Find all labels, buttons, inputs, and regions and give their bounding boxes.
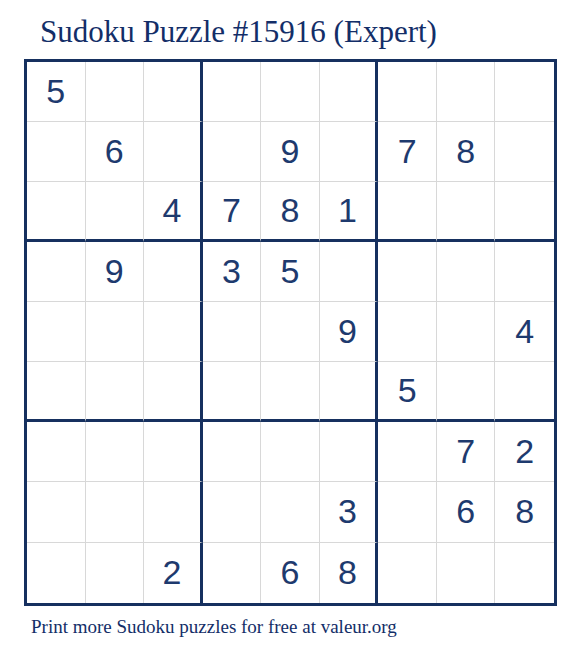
cell-r3c7	[378, 182, 437, 242]
cell-r9c4	[203, 543, 262, 603]
cell-r5c7	[378, 302, 437, 362]
cell-r3c2	[86, 182, 145, 242]
sudoku-board: 56978478193594572368268	[24, 59, 557, 606]
cell-r9c3: 2	[144, 543, 203, 603]
cell-r9c9	[495, 543, 554, 603]
cell-r2c4	[203, 122, 262, 182]
cell-r1c9	[495, 62, 554, 122]
cell-r5c3	[144, 302, 203, 362]
page-title: Sudoku Puzzle #15916 (Expert)	[40, 14, 580, 50]
cell-r3c3: 4	[144, 182, 203, 242]
footer-text: Print more Sudoku puzzles for free at va…	[31, 616, 580, 638]
cell-r5c2	[86, 302, 145, 362]
cell-r3c9	[495, 182, 554, 242]
cell-r7c9: 2	[495, 422, 554, 482]
cell-r1c1: 5	[27, 62, 86, 122]
cell-r7c3	[144, 422, 203, 482]
cell-r5c5	[261, 302, 320, 362]
cell-r8c6: 3	[320, 482, 379, 542]
cell-r8c5	[261, 482, 320, 542]
cell-r5c8	[437, 302, 496, 362]
cell-r2c2: 6	[86, 122, 145, 182]
cell-r3c6: 1	[320, 182, 379, 242]
cell-r9c5: 6	[261, 543, 320, 603]
cell-r9c2	[86, 543, 145, 603]
cell-r4c6	[320, 242, 379, 302]
cell-r7c1	[27, 422, 86, 482]
cell-r1c2	[86, 62, 145, 122]
cell-r1c8	[437, 62, 496, 122]
cell-r6c8	[437, 362, 496, 422]
cell-r9c7	[378, 543, 437, 603]
cell-r1c5	[261, 62, 320, 122]
cell-r8c7	[378, 482, 437, 542]
cell-r7c5	[261, 422, 320, 482]
cell-r5c6: 9	[320, 302, 379, 362]
cell-r6c7: 5	[378, 362, 437, 422]
cell-r4c5: 5	[261, 242, 320, 302]
cell-r3c8	[437, 182, 496, 242]
cell-r8c9: 8	[495, 482, 554, 542]
cell-r3c5: 8	[261, 182, 320, 242]
page: Sudoku Puzzle #15916 (Expert) 5697847819…	[0, 14, 580, 638]
cell-r9c1	[27, 543, 86, 603]
cell-r8c2	[86, 482, 145, 542]
cell-r6c1	[27, 362, 86, 422]
cell-r4c7	[378, 242, 437, 302]
cell-r3c4: 7	[203, 182, 262, 242]
cell-r2c3	[144, 122, 203, 182]
cell-r2c7: 7	[378, 122, 437, 182]
cell-r7c8: 7	[437, 422, 496, 482]
cell-r6c3	[144, 362, 203, 422]
cell-r1c7	[378, 62, 437, 122]
cell-r7c4	[203, 422, 262, 482]
cell-r4c9	[495, 242, 554, 302]
cell-r4c1	[27, 242, 86, 302]
cell-r5c4	[203, 302, 262, 362]
cell-r2c9	[495, 122, 554, 182]
cell-r8c8: 6	[437, 482, 496, 542]
cell-r7c2	[86, 422, 145, 482]
cell-r5c1	[27, 302, 86, 362]
cell-r4c2: 9	[86, 242, 145, 302]
cell-r4c3	[144, 242, 203, 302]
cell-r2c1	[27, 122, 86, 182]
cell-r2c6	[320, 122, 379, 182]
cell-r5c9: 4	[495, 302, 554, 362]
cell-r4c8	[437, 242, 496, 302]
cell-r1c6	[320, 62, 379, 122]
cell-r6c5	[261, 362, 320, 422]
cell-r8c4	[203, 482, 262, 542]
cell-r7c7	[378, 422, 437, 482]
cell-r6c2	[86, 362, 145, 422]
cell-r8c1	[27, 482, 86, 542]
cell-r6c9	[495, 362, 554, 422]
cell-r8c3	[144, 482, 203, 542]
cell-r6c6	[320, 362, 379, 422]
cell-r6c4	[203, 362, 262, 422]
cell-r2c8: 8	[437, 122, 496, 182]
cell-r9c6: 8	[320, 543, 379, 603]
cell-r3c1	[27, 182, 86, 242]
cell-r7c6	[320, 422, 379, 482]
cell-r1c3	[144, 62, 203, 122]
cell-r1c4	[203, 62, 262, 122]
cell-r4c4: 3	[203, 242, 262, 302]
cell-r9c8	[437, 543, 496, 603]
cell-r2c5: 9	[261, 122, 320, 182]
